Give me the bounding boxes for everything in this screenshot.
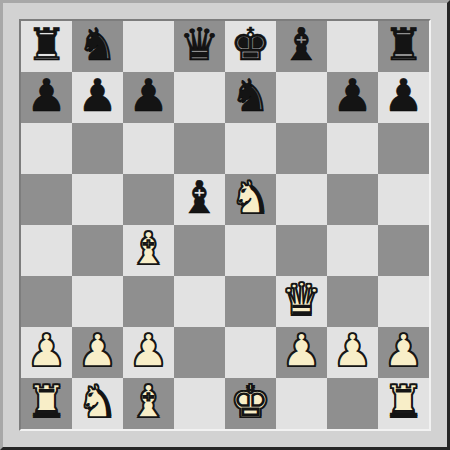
square-f7[interactable]: [276, 72, 327, 123]
black-queen: ♛: [179, 21, 219, 70]
square-f8[interactable]: ♝: [276, 21, 327, 72]
square-a2[interactable]: ♟: [21, 327, 72, 378]
square-f2[interactable]: ♟: [276, 327, 327, 378]
square-a7[interactable]: ♟: [21, 72, 72, 123]
white-pawn: ♟: [77, 327, 117, 376]
square-g7[interactable]: ♟: [327, 72, 378, 123]
white-rook: ♜: [26, 378, 66, 427]
white-pawn: ♟: [332, 327, 372, 376]
square-h1[interactable]: ♜: [378, 378, 429, 429]
square-c3[interactable]: [123, 276, 174, 327]
black-knight: ♞: [77, 21, 117, 70]
square-d8[interactable]: ♛: [174, 21, 225, 72]
square-a3[interactable]: [21, 276, 72, 327]
square-b7[interactable]: ♟: [72, 72, 123, 123]
white-pawn: ♟: [128, 327, 168, 376]
white-knight: ♞: [77, 378, 117, 427]
square-h7[interactable]: ♟: [378, 72, 429, 123]
square-f6[interactable]: [276, 123, 327, 174]
square-b3[interactable]: [72, 276, 123, 327]
square-h2[interactable]: ♟: [378, 327, 429, 378]
square-g4[interactable]: [327, 225, 378, 276]
white-knight: ♞: [230, 174, 270, 223]
square-c5[interactable]: [123, 174, 174, 225]
square-a4[interactable]: [21, 225, 72, 276]
square-e7[interactable]: ♞: [225, 72, 276, 123]
black-pawn: ♟: [332, 72, 372, 121]
square-f4[interactable]: [276, 225, 327, 276]
square-c8[interactable]: [123, 21, 174, 72]
square-e2[interactable]: [225, 327, 276, 378]
square-a5[interactable]: [21, 174, 72, 225]
square-c7[interactable]: ♟: [123, 72, 174, 123]
square-h5[interactable]: [378, 174, 429, 225]
square-e3[interactable]: [225, 276, 276, 327]
black-rook: ♜: [383, 21, 423, 70]
square-a6[interactable]: [21, 123, 72, 174]
square-a8[interactable]: ♜: [21, 21, 72, 72]
black-king: ♚: [230, 21, 270, 70]
square-b8[interactable]: ♞: [72, 21, 123, 72]
square-d3[interactable]: [174, 276, 225, 327]
square-g2[interactable]: ♟: [327, 327, 378, 378]
black-knight: ♞: [230, 72, 270, 121]
black-bishop: ♝: [179, 174, 219, 223]
square-d5[interactable]: ♝: [174, 174, 225, 225]
square-e1[interactable]: ♚: [225, 378, 276, 429]
square-g3[interactable]: [327, 276, 378, 327]
black-pawn: ♟: [26, 72, 66, 121]
square-d4[interactable]: [174, 225, 225, 276]
square-b1[interactable]: ♞: [72, 378, 123, 429]
square-g1[interactable]: [327, 378, 378, 429]
square-d1[interactable]: [174, 378, 225, 429]
square-h6[interactable]: [378, 123, 429, 174]
white-king: ♚: [230, 378, 270, 427]
square-e5[interactable]: ♞: [225, 174, 276, 225]
black-rook: ♜: [26, 21, 66, 70]
square-c1[interactable]: ♝: [123, 378, 174, 429]
square-e6[interactable]: [225, 123, 276, 174]
square-c2[interactable]: ♟: [123, 327, 174, 378]
chess-board: ♜♞♛♚♝♜♟♟♟♞♟♟♝♞♝♛♟♟♟♟♟♟♜♞♝♚♜: [21, 21, 429, 429]
square-b5[interactable]: [72, 174, 123, 225]
square-b6[interactable]: [72, 123, 123, 174]
square-f3[interactable]: ♛: [276, 276, 327, 327]
square-d6[interactable]: [174, 123, 225, 174]
black-bishop: ♝: [281, 21, 321, 70]
white-pawn: ♟: [281, 327, 321, 376]
square-d7[interactable]: [174, 72, 225, 123]
square-e4[interactable]: [225, 225, 276, 276]
square-a1[interactable]: ♜: [21, 378, 72, 429]
white-pawn: ♟: [26, 327, 66, 376]
square-c6[interactable]: [123, 123, 174, 174]
square-h3[interactable]: [378, 276, 429, 327]
square-c4[interactable]: ♝: [123, 225, 174, 276]
black-pawn: ♟: [128, 72, 168, 121]
board-frame: ♜♞♛♚♝♜♟♟♟♞♟♟♝♞♝♛♟♟♟♟♟♟♜♞♝♚♜: [0, 0, 450, 450]
board-bevel: ♜♞♛♚♝♜♟♟♟♞♟♟♝♞♝♛♟♟♟♟♟♟♜♞♝♚♜: [19, 19, 431, 431]
square-b4[interactable]: [72, 225, 123, 276]
white-bishop: ♝: [128, 378, 168, 427]
white-rook: ♜: [383, 378, 423, 427]
square-h8[interactable]: ♜: [378, 21, 429, 72]
white-queen: ♛: [281, 276, 321, 325]
white-pawn: ♟: [383, 327, 423, 376]
square-g8[interactable]: [327, 21, 378, 72]
square-g5[interactable]: [327, 174, 378, 225]
square-e8[interactable]: ♚: [225, 21, 276, 72]
square-b2[interactable]: ♟: [72, 327, 123, 378]
white-bishop: ♝: [128, 225, 168, 274]
square-f5[interactable]: [276, 174, 327, 225]
square-f1[interactable]: [276, 378, 327, 429]
square-d2[interactable]: [174, 327, 225, 378]
square-h4[interactable]: [378, 225, 429, 276]
black-pawn: ♟: [383, 72, 423, 121]
square-g6[interactable]: [327, 123, 378, 174]
black-pawn: ♟: [77, 72, 117, 121]
